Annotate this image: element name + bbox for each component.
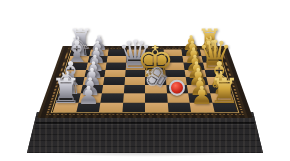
square-h3[interactable] xyxy=(99,102,123,112)
square-g3[interactable] xyxy=(100,93,123,102)
square-f4[interactable] xyxy=(123,85,145,93)
leatherette-case xyxy=(27,112,263,153)
square-g4[interactable] xyxy=(123,93,145,102)
chess-set-photo: ♜♞♝♝♞♜♟♟♟♟♟♟♟♟♛♚♜♞♝♛♝♞♜♟♟♟♟♟♟♟♚♟ xyxy=(0,0,290,161)
piece-black-pawn-h7[interactable]: ♟ xyxy=(190,83,212,108)
square-f3[interactable] xyxy=(102,85,124,93)
square-h6[interactable] xyxy=(167,102,191,112)
piece-white-king-fallen-f5[interactable]: ♚ xyxy=(144,71,186,97)
piece-white-pawn-h2[interactable]: ♟ xyxy=(77,83,99,108)
piece-black-rook-h8[interactable]: ♜ xyxy=(209,74,240,109)
square-e3[interactable] xyxy=(103,77,125,85)
square-h4[interactable] xyxy=(122,102,145,112)
case-drawer-seam xyxy=(36,122,253,124)
square-h5[interactable] xyxy=(145,102,168,112)
red-felt-base xyxy=(169,80,185,96)
